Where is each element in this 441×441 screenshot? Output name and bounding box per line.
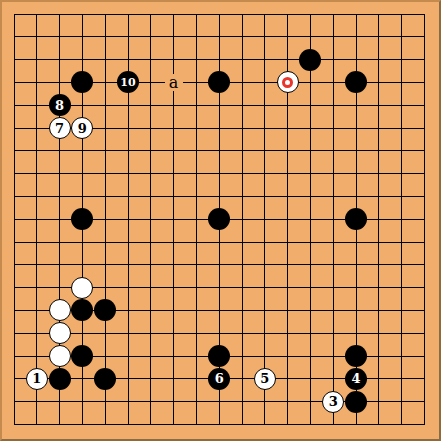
move-number: 6 — [215, 372, 224, 385]
black-stone — [208, 208, 230, 230]
grid-line-horizontal — [14, 333, 425, 334]
black-stone — [345, 391, 367, 413]
black-stone-move-10: 10 — [117, 71, 139, 93]
black-stone-move-6: 6 — [208, 368, 230, 390]
white-stone — [49, 299, 71, 321]
go-board-frame: a1087916543 — [0, 0, 441, 441]
black-stone — [94, 368, 116, 390]
move-number: 10 — [120, 77, 135, 88]
go-board: a1087916543 — [0, 0, 441, 441]
move-number: 8 — [55, 99, 64, 112]
grid-line-vertical — [424, 14, 425, 425]
white-stone-move-3: 3 — [322, 391, 344, 413]
grid-line-vertical — [264, 14, 265, 425]
black-stone-move-8: 8 — [49, 94, 71, 116]
point-label-a: a — [165, 74, 183, 91]
move-number: 1 — [32, 372, 41, 385]
grid-line-horizontal — [14, 242, 425, 243]
grid-line-vertical — [310, 14, 311, 425]
white-stone — [49, 345, 71, 367]
white-stone — [49, 322, 71, 344]
white-stone-move-7: 7 — [49, 117, 71, 139]
black-stone — [94, 299, 116, 321]
grid-line-vertical — [242, 14, 243, 425]
black-stone — [208, 71, 230, 93]
move-number: 9 — [78, 122, 87, 135]
white-stone-move-1: 1 — [26, 368, 48, 390]
grid-line-horizontal — [14, 424, 425, 425]
black-stone — [208, 345, 230, 367]
white-stone-marked — [277, 71, 299, 93]
black-stone — [71, 71, 93, 93]
move-number: 5 — [260, 372, 269, 385]
white-stone-move-5: 5 — [254, 368, 276, 390]
move-number: 4 — [351, 372, 360, 385]
white-stone — [71, 277, 93, 299]
grid-line-vertical — [333, 14, 334, 425]
black-stone — [345, 208, 367, 230]
black-stone — [71, 208, 93, 230]
move-number: 3 — [329, 395, 338, 408]
black-stone-move-4: 4 — [345, 368, 367, 390]
black-stone — [49, 368, 71, 390]
black-stone — [299, 49, 321, 71]
red-circle-marker-icon — [282, 77, 293, 88]
black-stone — [71, 345, 93, 367]
black-stone — [71, 299, 93, 321]
white-stone-move-9: 9 — [71, 117, 93, 139]
grid-line-vertical — [378, 14, 379, 425]
grid-line-horizontal — [14, 264, 425, 265]
move-number: 7 — [55, 122, 64, 135]
black-stone — [345, 345, 367, 367]
grid-line-vertical — [401, 14, 402, 425]
black-stone — [345, 71, 367, 93]
